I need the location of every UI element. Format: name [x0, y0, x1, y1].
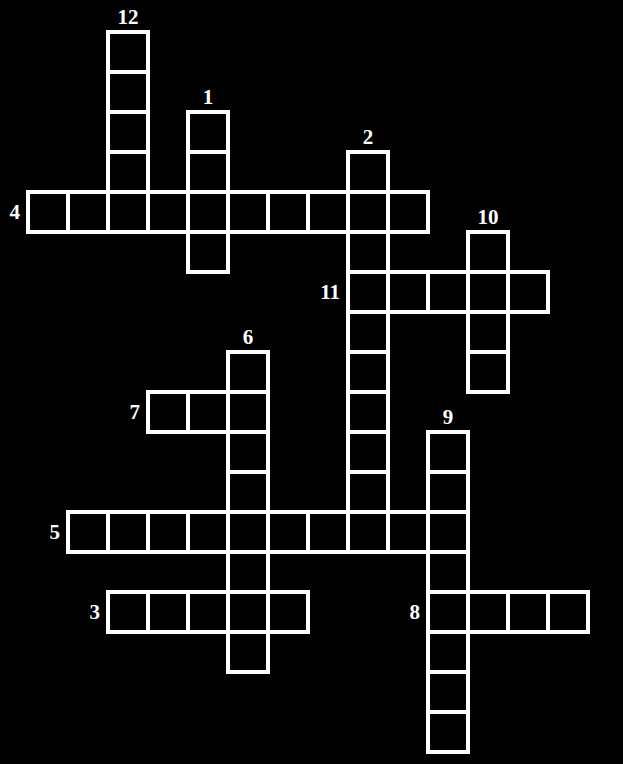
clue-number-7-across: 7	[130, 402, 141, 423]
cell-r14-c11[interactable]	[466, 590, 510, 634]
cell-r3-c4[interactable]	[186, 150, 230, 194]
cell-r17-c10[interactable]	[426, 710, 470, 754]
cell-r4-c5[interactable]	[226, 190, 270, 234]
cell-r12-c6[interactable]	[266, 510, 310, 554]
cell-r4-c4[interactable]	[186, 190, 230, 234]
cell-r3-c8[interactable]	[346, 150, 390, 194]
cell-r14-c3[interactable]	[146, 590, 190, 634]
cell-r5-c4[interactable]	[186, 230, 230, 274]
cell-r10-c8[interactable]	[346, 430, 390, 474]
clue-number-12-down: 12	[118, 7, 139, 28]
cell-r5-c8[interactable]	[346, 230, 390, 274]
cell-r11-c10[interactable]	[426, 470, 470, 514]
cell-r14-c13[interactable]	[546, 590, 590, 634]
cell-r13-c10[interactable]	[426, 550, 470, 594]
cell-r4-c8[interactable]	[346, 190, 390, 234]
cell-r2-c2[interactable]	[106, 110, 150, 154]
cell-r12-c7[interactable]	[306, 510, 350, 554]
crossword-board: 121210694117538	[0, 0, 623, 764]
cell-r14-c4[interactable]	[186, 590, 230, 634]
cell-r8-c11[interactable]	[466, 350, 510, 394]
cell-r10-c10[interactable]	[426, 430, 470, 474]
cell-r8-c5[interactable]	[226, 350, 270, 394]
cell-r1-c2[interactable]	[106, 70, 150, 114]
cell-r12-c8[interactable]	[346, 510, 390, 554]
cell-r6-c8[interactable]	[346, 270, 390, 314]
clue-number-8-across: 8	[410, 602, 421, 623]
cell-r10-c5[interactable]	[226, 430, 270, 474]
clue-number-4-across: 4	[10, 202, 21, 223]
clue-number-3-across: 3	[90, 602, 101, 623]
cell-r11-c5[interactable]	[226, 470, 270, 514]
cell-r2-c4[interactable]	[186, 110, 230, 154]
cell-r4-c9[interactable]	[386, 190, 430, 234]
cell-r4-c6[interactable]	[266, 190, 310, 234]
cell-r4-c1[interactable]	[66, 190, 110, 234]
cell-r4-c3[interactable]	[146, 190, 190, 234]
cell-r11-c8[interactable]	[346, 470, 390, 514]
cell-r12-c3[interactable]	[146, 510, 190, 554]
cell-r8-c8[interactable]	[346, 350, 390, 394]
cell-r14-c10[interactable]	[426, 590, 470, 634]
cell-r14-c12[interactable]	[506, 590, 550, 634]
cell-r14-c6[interactable]	[266, 590, 310, 634]
cell-r6-c9[interactable]	[386, 270, 430, 314]
cell-r16-c10[interactable]	[426, 670, 470, 714]
cell-r14-c2[interactable]	[106, 590, 150, 634]
cell-r13-c5[interactable]	[226, 550, 270, 594]
clue-number-11-across: 11	[320, 282, 340, 303]
cell-r9-c3[interactable]	[146, 390, 190, 434]
cell-r5-c11[interactable]	[466, 230, 510, 274]
clue-number-6-down: 6	[243, 327, 254, 348]
cell-r14-c5[interactable]	[226, 590, 270, 634]
clue-number-9-down: 9	[443, 407, 454, 428]
cell-r15-c10[interactable]	[426, 630, 470, 674]
cell-r9-c4[interactable]	[186, 390, 230, 434]
crossword-page: { "game": "crossword", "board": { "backg…	[0, 0, 623, 764]
cell-r0-c2[interactable]	[106, 30, 150, 74]
clue-number-5-across: 5	[50, 522, 61, 543]
cell-r12-c5[interactable]	[226, 510, 270, 554]
clue-number-10-down: 10	[478, 207, 499, 228]
cell-r4-c2[interactable]	[106, 190, 150, 234]
cell-r6-c11[interactable]	[466, 270, 510, 314]
cell-r6-c10[interactable]	[426, 270, 470, 314]
cell-r7-c8[interactable]	[346, 310, 390, 354]
cell-r12-c1[interactable]	[66, 510, 110, 554]
cell-r12-c4[interactable]	[186, 510, 230, 554]
cell-r7-c11[interactable]	[466, 310, 510, 354]
cell-r12-c2[interactable]	[106, 510, 150, 554]
cell-r12-c10[interactable]	[426, 510, 470, 554]
cell-r12-c9[interactable]	[386, 510, 430, 554]
clue-number-1-down: 1	[203, 87, 214, 108]
cell-r3-c2[interactable]	[106, 150, 150, 194]
cell-r9-c5[interactable]	[226, 390, 270, 434]
cell-r4-c7[interactable]	[306, 190, 350, 234]
cell-r4-c0[interactable]	[26, 190, 70, 234]
cell-r9-c8[interactable]	[346, 390, 390, 434]
cell-r6-c12[interactable]	[506, 270, 550, 314]
cell-r15-c5[interactable]	[226, 630, 270, 674]
clue-number-2-down: 2	[363, 127, 374, 148]
